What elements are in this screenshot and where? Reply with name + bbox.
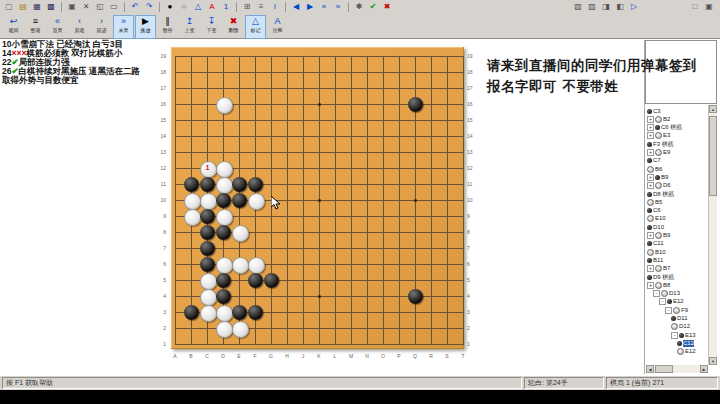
nav-button-label: 前进	[92, 27, 111, 33]
white-stone-B9	[184, 209, 201, 226]
row-number: 13	[467, 149, 481, 155]
column-letter: H	[283, 353, 291, 359]
toolbar-icon[interactable]: ▨	[586, 1, 598, 12]
white-stone-C4	[200, 289, 217, 306]
row-number: 14	[467, 133, 481, 139]
tree-node-label: D13	[669, 290, 680, 297]
expand-icon[interactable]: +	[647, 182, 654, 189]
column-letter: S	[443, 353, 451, 359]
collapse-icon[interactable]: -	[671, 332, 678, 339]
white-stone-icon	[671, 323, 678, 330]
toolbar-icon[interactable]: A	[206, 1, 218, 12]
toolbar-icon[interactable]: i	[269, 1, 281, 12]
nav-button-icon: ↩	[4, 16, 23, 27]
tree-hscroll-thumb[interactable]	[655, 365, 673, 373]
black-stone-E10	[232, 193, 247, 208]
toolbar-icon[interactable]: ◱	[94, 1, 106, 12]
toolbar-icon[interactable]: ▦	[31, 1, 43, 12]
toolbar-separator	[285, 2, 286, 12]
row-number: 1	[467, 341, 481, 347]
toolbar-icon[interactable]: ●	[164, 1, 176, 12]
white-stone-icon	[655, 132, 662, 139]
nav-button-注释[interactable]: A注释	[267, 15, 288, 39]
row-number: 12	[152, 165, 166, 171]
toolbar-icon[interactable]: ◀	[290, 1, 302, 12]
white-stone-D9	[216, 209, 233, 226]
grid-line-h	[175, 344, 464, 345]
grid-line-v	[399, 56, 400, 345]
black-stone-icon	[647, 158, 652, 163]
column-letter: J	[299, 353, 307, 359]
tree-node-label: B7	[663, 265, 670, 272]
tree-node-B6[interactable]: B6	[647, 165, 662, 173]
nav-button-label: 整谱	[26, 27, 45, 33]
column-letter: K	[315, 353, 323, 359]
expand-icon[interactable]: +	[647, 232, 654, 239]
white-stone-icon	[655, 116, 662, 123]
tree-node-label: C3	[653, 108, 661, 115]
tree-node-D6[interactable]: +D6	[647, 182, 671, 190]
black-stone-D8	[216, 225, 231, 240]
grid-line-v	[463, 56, 464, 345]
nav-button-末页[interactable]: »末页	[113, 15, 134, 39]
comment-line: 取得外势与目数便宜	[2, 76, 166, 85]
row-number: 17	[467, 85, 481, 91]
row-number: 12	[467, 165, 481, 171]
app-window: ▢▤▦▩▣✕◱▭↶↷●○△A1⊞≡i◀▶«»✱✔✖ ▧▨◨◧▷ □▣✕ ↩返回≡…	[0, 0, 720, 390]
white-stone-icon	[655, 232, 662, 239]
row-number: 5	[152, 277, 166, 283]
expand-icon[interactable]: +	[647, 282, 654, 289]
row-number: 7	[467, 245, 481, 251]
expand-icon[interactable]: +	[647, 149, 654, 156]
toolbar-nav: ↩返回≡整谱«首页‹后退›前进»末页▶播放∥暂停↥上变↧下变✖删除△标记A注释	[0, 14, 720, 39]
scroll-up-icon[interactable]: ▲	[709, 105, 717, 113]
white-stone-D3	[216, 305, 233, 322]
row-number: 9	[152, 213, 166, 219]
tree-node-label: B9	[661, 174, 668, 181]
tree-node-label: C6 棋筋	[661, 124, 682, 131]
scroll-left-icon[interactable]: ◀	[646, 365, 654, 373]
toolbar-icon[interactable]: ▭	[108, 1, 120, 12]
row-number: 15	[152, 117, 166, 123]
expand-icon[interactable]: +	[647, 265, 654, 272]
row-number: 15	[467, 117, 481, 123]
toolbar-icon[interactable]: ▢	[3, 1, 15, 12]
white-stone-icon	[655, 182, 662, 189]
tree-vscroll-thumb[interactable]	[709, 116, 717, 196]
toolbar-icon[interactable]: ✕	[80, 1, 92, 12]
black-stone-icon	[677, 341, 682, 346]
comment-text: 取得外势与目数便宜	[2, 75, 79, 85]
tree-node-C6[interactable]: C6	[647, 207, 661, 215]
nav-button-icon: ∥	[158, 16, 177, 27]
black-stone-D10	[216, 193, 231, 208]
row-number: 10	[152, 197, 166, 203]
nav-button-label: 下变	[202, 27, 221, 33]
nav-button-暂停[interactable]: ∥暂停	[157, 15, 178, 39]
column-letter: Q	[411, 353, 419, 359]
black-stone-C9	[200, 209, 215, 224]
column-letter: B	[187, 353, 195, 359]
column-letter: R	[427, 353, 435, 359]
white-stone-icon	[655, 149, 662, 156]
tree-node-label: E9	[663, 149, 670, 156]
nav-button-label: 首页	[48, 27, 67, 33]
column-letter: N	[363, 353, 371, 359]
tree-node-label: B10	[655, 249, 666, 256]
tree-node-D9[interactable]: D9 棋筋	[647, 273, 674, 281]
toolbar-icon[interactable]: ▤	[17, 1, 29, 12]
tree-node-label: C6	[653, 207, 661, 214]
nav-button-icon: ✖	[224, 16, 243, 27]
variation-tree[interactable]: C3+B2+C6 棋筋+E3F3 棋筋+E9C7B6+B9+D6D8 棋筋B5C…	[647, 107, 709, 365]
toolbar-separator	[236, 2, 237, 12]
row-number: 8	[152, 229, 166, 235]
scroll-right-icon[interactable]: ▶	[700, 365, 708, 373]
tree-node-label: D11	[677, 315, 688, 322]
tree-node-B2[interactable]: +B2	[647, 115, 670, 123]
nav-button-label: 暂停	[158, 27, 177, 33]
toolbar-icon[interactable]: ⊞	[241, 1, 253, 12]
row-number: 4	[152, 293, 166, 299]
row-number: 10	[467, 197, 481, 203]
tree-node-label: E12	[685, 348, 696, 355]
white-stone-icon	[655, 282, 662, 289]
nav-button-label: 后退	[70, 27, 89, 33]
black-stone-icon	[647, 109, 652, 114]
toolbar-icon[interactable]: ≡	[255, 1, 267, 12]
black-stone-icon	[647, 241, 652, 246]
column-letter: F	[251, 353, 259, 359]
white-stone-D12	[216, 161, 233, 178]
nav-button-icon: A	[268, 16, 287, 27]
grid-line-h	[175, 248, 464, 249]
scroll-down-icon[interactable]: ▼	[709, 357, 717, 365]
column-letter: G	[267, 353, 275, 359]
tree-node-label: D12	[679, 323, 690, 330]
tree-node-E10[interactable]: E10	[647, 215, 666, 223]
column-letter: D	[219, 353, 227, 359]
nav-button-前进[interactable]: ›前进	[91, 15, 112, 39]
white-stone-B10	[184, 193, 201, 210]
tree-node-label: E10	[655, 215, 666, 222]
row-number: 19	[152, 53, 166, 59]
nav-button-label: 播放	[136, 27, 155, 33]
toolbar-icon[interactable]: ▣	[703, 1, 715, 12]
nav-button-label: 删除	[224, 27, 243, 33]
row-number: 19	[467, 53, 481, 59]
black-stone-icon	[679, 333, 684, 338]
nav-button-播放[interactable]: ▶播放	[135, 15, 156, 39]
row-number: 18	[152, 69, 166, 75]
white-stone-E8	[232, 225, 249, 242]
white-stone-E6	[232, 257, 249, 274]
nav-button-icon: ↧	[202, 16, 221, 27]
tree-node-label: C7	[653, 157, 661, 164]
white-stone-D16	[216, 97, 233, 114]
nav-button-icon: ▶	[136, 16, 155, 27]
tree-node-label: D6	[663, 182, 671, 189]
status-move-indicator: 轮白: 第24手	[524, 377, 604, 389]
tree-node-label: B11	[653, 257, 663, 264]
tree-node-C6[interactable]: +C6 棋筋	[647, 124, 682, 132]
toolbar-icon[interactable]: ▩	[45, 1, 57, 12]
toolbar-icon[interactable]: △	[192, 1, 204, 12]
nav-button-icon: ‹	[70, 16, 89, 27]
tree-node-label: D9 棋筋	[653, 274, 674, 281]
nav-button-label: 注释	[268, 27, 287, 33]
toolbar-icon[interactable]: ◨	[600, 1, 612, 12]
tree-node-label: F3 棋筋	[653, 141, 674, 148]
tree-node-label: D8 棋筋	[653, 191, 674, 198]
column-letter: T	[459, 353, 467, 359]
nav-button-删除[interactable]: ✖删除	[223, 15, 244, 39]
white-stone-icon	[647, 166, 654, 173]
white-stone-C3	[200, 305, 217, 322]
white-stone-icon	[647, 215, 654, 222]
toolbar-icon[interactable]: ▷	[628, 1, 640, 12]
status-help-text: 按 F1 获取帮助	[2, 377, 522, 389]
nav-button-后退[interactable]: ‹后退	[69, 15, 90, 39]
tree-node-C12[interactable]: C12	[677, 339, 694, 347]
tree-node-B9[interactable]: +B9	[647, 173, 668, 181]
black-stone-C11	[200, 177, 215, 192]
nav-button-icon: △	[246, 16, 265, 27]
comment-panel: 10小雪崩下法 已经淘汰 白亏3目14×××棋筋必须救 双打比棋筋小22✔局部连…	[2, 40, 166, 85]
black-stone-icon	[655, 125, 660, 130]
tree-node-B5[interactable]: B5	[647, 198, 662, 206]
status-game-indicator: 棋局 1 (当前) 271	[606, 377, 718, 389]
column-letter: O	[379, 353, 387, 359]
nav-button-icon: «	[48, 16, 67, 27]
toolbar-main-mid-group: ▧▨◨◧▷	[571, 1, 641, 12]
nav-button-整谱[interactable]: ≡整谱	[25, 15, 46, 39]
row-number: 4	[467, 293, 481, 299]
black-stone-icon	[667, 299, 672, 304]
nav-button-label: 返回	[4, 27, 23, 33]
black-stone-C8	[200, 225, 215, 240]
tree-node-C7[interactable]: C7	[647, 157, 661, 165]
grid-line-v	[447, 56, 448, 345]
nav-button-icon: ›	[92, 16, 111, 27]
black-stone-C7	[200, 241, 215, 256]
board-wood-surface[interactable]: 1	[171, 47, 464, 349]
white-stone-D2	[216, 321, 233, 338]
star-point	[318, 103, 321, 106]
star-point	[318, 199, 321, 202]
tree-node-E12[interactable]: E12	[677, 348, 696, 356]
white-stone-icon	[655, 265, 662, 272]
tree-node-D13[interactable]: -D13	[653, 290, 680, 298]
black-stone-B11	[184, 177, 199, 192]
toolbar-main-right-group: □▣✕	[688, 1, 720, 12]
tree-node-F3[interactable]: F3 棋筋	[647, 140, 674, 148]
toolbar-main-left-group: ▢▤▦▩▣✕◱▭↶↷●○△A1⊞≡i◀▶«»✱✔✖	[2, 1, 394, 12]
mouse-cursor	[271, 196, 281, 210]
expand-icon[interactable]: +	[647, 174, 654, 181]
toolbar-icon[interactable]: 1	[220, 1, 232, 12]
toolbar-separator	[61, 2, 62, 12]
row-number: 14	[152, 133, 166, 139]
black-stone-Q4	[408, 289, 423, 304]
collapse-icon[interactable]: -	[653, 290, 660, 297]
row-number: 18	[467, 69, 481, 75]
black-stone-F11	[248, 177, 263, 192]
row-number: 5	[467, 277, 481, 283]
toolbar-icon[interactable]: ✔	[367, 1, 379, 12]
tree-node-label: D10	[653, 224, 664, 231]
column-letter: A	[171, 353, 179, 359]
tree-node-B9[interactable]: +B9	[647, 232, 670, 240]
tree-node-B11[interactable]: B11	[647, 256, 663, 264]
white-stone-D6	[216, 257, 233, 274]
row-number: 11	[467, 181, 481, 187]
toolbar-icon[interactable]: ▧	[572, 1, 584, 12]
tree-node-C3[interactable]: C3	[647, 107, 661, 115]
grid-line-v	[431, 56, 432, 345]
tree-node-D10[interactable]: D10	[647, 223, 664, 231]
toolbar-icon[interactable]: ▶	[304, 1, 316, 12]
tree-node-D8[interactable]: D8 棋筋	[647, 190, 674, 198]
row-number: 11	[152, 181, 166, 187]
white-stone-icon	[673, 307, 680, 314]
toolbar-icon[interactable]: ▣	[66, 1, 78, 12]
black-stone-B3	[184, 305, 199, 320]
toolbar-separator	[348, 2, 349, 12]
tree-node-F9[interactable]: -F9	[665, 306, 688, 314]
toolbar-icon[interactable]: ◧	[614, 1, 626, 12]
white-stone-icon	[647, 249, 654, 256]
row-number: 9	[467, 213, 481, 219]
row-number: 3	[467, 309, 481, 315]
black-stone-E3	[232, 305, 247, 320]
row-number: 2	[467, 325, 481, 331]
row-number: 17	[152, 85, 166, 91]
tree-node-label: B5	[655, 199, 662, 206]
tree-node-D12[interactable]: D12	[671, 323, 690, 331]
toolbar-separator	[159, 2, 160, 12]
black-stone-E11	[232, 177, 247, 192]
toolbar-icon[interactable]: □	[689, 1, 701, 12]
toolbar-icon[interactable]: »	[332, 1, 344, 12]
tree-node-E3[interactable]: +E3	[647, 132, 670, 140]
row-number: 16	[467, 101, 481, 107]
tree-horizontal-scrollbar[interactable]: ◀ ▶	[646, 365, 708, 373]
black-stone-Q16	[408, 97, 423, 112]
grid-line-v	[383, 56, 384, 345]
black-stone-F3	[248, 305, 263, 320]
broadcast-message: 请来到直播间的同学们用弹幕签到 报名字即可 不要带姓	[487, 55, 719, 97]
black-stone-icon	[647, 192, 652, 197]
tree-node-label: F9	[681, 307, 688, 314]
white-stone-icon	[677, 348, 684, 355]
black-stone-D5	[216, 273, 231, 288]
black-stone-F5	[248, 273, 263, 288]
row-number: 13	[152, 149, 166, 155]
expand-icon[interactable]: +	[647, 132, 654, 139]
column-letter: E	[235, 353, 243, 359]
toolbar-icon[interactable]: ✖	[381, 1, 393, 12]
row-number: 1	[152, 341, 166, 347]
tree-node-E13[interactable]: -E13	[671, 331, 696, 339]
toolbar-icon[interactable]: ↷	[143, 1, 155, 12]
tree-node-label: E3	[663, 132, 670, 139]
column-letter: M	[347, 353, 355, 359]
star-point	[414, 199, 417, 202]
row-number: 8	[467, 229, 481, 235]
tree-node-B8[interactable]: +B8	[647, 281, 670, 289]
nav-button-label: 末页	[114, 27, 133, 33]
nav-button-icon: ≡	[26, 16, 45, 27]
tree-node-E12[interactable]: -E12	[659, 298, 684, 306]
black-stone-icon	[647, 142, 652, 147]
tree-node-label: C11	[653, 240, 664, 247]
nav-button-返回[interactable]: ↩返回	[3, 15, 24, 39]
nav-button-label: 上变	[180, 27, 199, 33]
nav-button-上变[interactable]: ↥上变	[179, 15, 200, 39]
tree-node-D11[interactable]: D11	[671, 315, 688, 323]
row-number: 2	[152, 325, 166, 331]
toolbar-icon[interactable]: «	[318, 1, 330, 12]
collapse-icon[interactable]: -	[665, 307, 672, 314]
black-stone-D4	[216, 289, 231, 304]
column-letter: L	[331, 353, 339, 359]
tree-node-label: E12	[673, 298, 684, 305]
nav-button-icon: »	[114, 16, 133, 27]
nav-button-下变[interactable]: ↧下变	[201, 15, 222, 39]
nav-button-label: 标记	[246, 27, 265, 33]
toolbar-icon[interactable]: ○	[178, 1, 190, 12]
black-stone-icon	[671, 316, 676, 321]
tree-vertical-scrollbar[interactable]: ▲ ▼	[708, 105, 717, 365]
white-stone-icon	[661, 290, 668, 297]
expand-icon[interactable]: +	[647, 116, 654, 123]
column-letter: C	[203, 353, 211, 359]
toolbar-icon[interactable]: ↶	[129, 1, 141, 12]
collapse-icon[interactable]: -	[659, 298, 666, 305]
row-number: 6	[467, 261, 481, 267]
last-move-marker: 1	[200, 163, 215, 172]
grid-line-v	[351, 56, 352, 345]
black-stone-icon	[647, 275, 652, 280]
white-stone-D11	[216, 177, 233, 194]
tree-node-label: B8	[663, 282, 670, 289]
row-number: 16	[152, 101, 166, 107]
nav-button-标记[interactable]: △标记	[245, 15, 266, 39]
grid-line-v	[367, 56, 368, 345]
toolbar-icon[interactable]: ✱	[353, 1, 365, 12]
white-stone-E2	[232, 321, 249, 338]
grid-line-v	[335, 56, 336, 345]
white-stone-icon	[647, 199, 654, 206]
status-bar: 按 F1 获取帮助 轮白: 第24手 棋局 1 (当前) 271	[0, 376, 720, 390]
black-stone-icon	[647, 258, 652, 263]
tree-node-B10[interactable]: B10	[647, 248, 666, 256]
white-stone-C5	[200, 273, 217, 290]
toolbar-main: ▢▤▦▩▣✕◱▭↶↷●○△A1⊞≡i◀▶«»✱✔✖ ▧▨◨◧▷ □▣✕	[0, 0, 720, 15]
expand-icon[interactable]: +	[647, 124, 654, 131]
nav-button-首页[interactable]: «首页	[47, 15, 68, 39]
white-stone-C10	[200, 193, 217, 210]
tree-node-C11[interactable]: C11	[647, 240, 664, 248]
row-number: 3	[152, 309, 166, 315]
tree-node-label: E13	[685, 332, 696, 339]
black-stone-icon	[647, 225, 652, 230]
tree-node-E9[interactable]: +E9	[647, 149, 670, 157]
row-number: 7	[152, 245, 166, 251]
tree-node-B7[interactable]: +B7	[647, 265, 670, 273]
